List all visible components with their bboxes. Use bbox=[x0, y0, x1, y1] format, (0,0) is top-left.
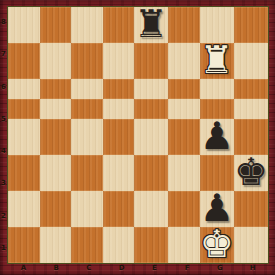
board-field: ♜♜♟♚♟♚ bbox=[7, 6, 269, 264]
file-label-e: E bbox=[138, 263, 171, 273]
file-label-c: C bbox=[73, 263, 106, 273]
square-f2[interactable] bbox=[168, 191, 200, 227]
square-e3[interactable] bbox=[134, 155, 168, 191]
square-h6[interactable] bbox=[234, 79, 268, 99]
chess-board: ♜♜♟♚♟♚ 87654321 ABCDEFGH bbox=[0, 0, 275, 275]
square-c4[interactable] bbox=[71, 119, 103, 155]
square-a4[interactable] bbox=[8, 119, 40, 155]
square-d7[interactable] bbox=[103, 43, 135, 79]
square-b8[interactable] bbox=[40, 7, 72, 43]
square-e2[interactable] bbox=[134, 191, 168, 227]
square-d5[interactable] bbox=[103, 99, 135, 119]
square-a6[interactable] bbox=[8, 79, 40, 99]
square-d2[interactable] bbox=[103, 191, 135, 227]
square-e6[interactable] bbox=[134, 79, 168, 99]
square-b2[interactable] bbox=[40, 191, 72, 227]
square-h8[interactable] bbox=[234, 7, 268, 43]
file-label-a: A bbox=[7, 263, 40, 273]
square-f3[interactable] bbox=[168, 155, 200, 191]
square-f1[interactable] bbox=[168, 227, 200, 263]
square-g7[interactable]: ♜ bbox=[200, 43, 234, 79]
rank-label-5: 5 bbox=[0, 103, 7, 135]
square-a1[interactable] bbox=[8, 227, 40, 263]
square-a5[interactable] bbox=[8, 99, 40, 119]
square-h3[interactable]: ♚ bbox=[234, 155, 268, 191]
square-e7[interactable] bbox=[134, 43, 168, 79]
file-label-g: G bbox=[204, 263, 237, 273]
square-a8[interactable] bbox=[8, 7, 40, 43]
square-g1[interactable]: ♚ bbox=[200, 227, 234, 263]
square-h2[interactable] bbox=[234, 191, 268, 227]
square-g4[interactable]: ♟ bbox=[200, 119, 234, 155]
square-e8[interactable]: ♜ bbox=[134, 7, 168, 43]
file-labels: ABCDEFGH bbox=[7, 263, 269, 273]
square-f8[interactable] bbox=[168, 7, 200, 43]
square-a2[interactable] bbox=[8, 191, 40, 227]
square-b1[interactable] bbox=[40, 227, 72, 263]
square-a7[interactable] bbox=[8, 43, 40, 79]
square-f4[interactable] bbox=[168, 119, 200, 155]
rank-labels: 87654321 bbox=[0, 6, 7, 264]
rank-label-2: 2 bbox=[0, 200, 7, 232]
square-f6[interactable] bbox=[168, 79, 200, 99]
white-king-g1[interactable]: ♚ bbox=[200, 225, 234, 263]
square-f7[interactable] bbox=[168, 43, 200, 79]
rank-label-4: 4 bbox=[0, 135, 7, 167]
square-c6[interactable] bbox=[71, 79, 103, 99]
square-e4[interactable] bbox=[134, 119, 168, 155]
rank-label-6: 6 bbox=[0, 71, 7, 103]
square-d1[interactable] bbox=[103, 227, 135, 263]
rank-label-8: 8 bbox=[0, 6, 7, 38]
white-rook-g7[interactable]: ♜ bbox=[200, 41, 234, 79]
black-king-h3[interactable]: ♚ bbox=[234, 153, 268, 191]
square-c1[interactable] bbox=[71, 227, 103, 263]
square-c8[interactable] bbox=[71, 7, 103, 43]
square-b5[interactable] bbox=[40, 99, 72, 119]
square-b6[interactable] bbox=[40, 79, 72, 99]
rank-label-1: 1 bbox=[0, 232, 7, 264]
square-b3[interactable] bbox=[40, 155, 72, 191]
square-d8[interactable] bbox=[103, 7, 135, 43]
square-c7[interactable] bbox=[71, 43, 103, 79]
file-label-f: F bbox=[171, 263, 204, 273]
rank-label-7: 7 bbox=[0, 38, 7, 70]
square-e5[interactable] bbox=[134, 99, 168, 119]
square-d6[interactable] bbox=[103, 79, 135, 99]
square-c2[interactable] bbox=[71, 191, 103, 227]
square-d4[interactable] bbox=[103, 119, 135, 155]
square-f5[interactable] bbox=[168, 99, 200, 119]
black-rook-e8[interactable]: ♜ bbox=[134, 5, 168, 43]
square-h1[interactable] bbox=[234, 227, 268, 263]
file-label-h: H bbox=[236, 263, 269, 273]
square-g6[interactable] bbox=[200, 79, 234, 99]
square-c5[interactable] bbox=[71, 99, 103, 119]
square-e1[interactable] bbox=[134, 227, 168, 263]
square-b7[interactable] bbox=[40, 43, 72, 79]
square-h5[interactable] bbox=[234, 99, 268, 119]
square-b4[interactable] bbox=[40, 119, 72, 155]
square-a3[interactable] bbox=[8, 155, 40, 191]
file-label-d: D bbox=[105, 263, 138, 273]
square-c3[interactable] bbox=[71, 155, 103, 191]
rank-label-3: 3 bbox=[0, 167, 7, 199]
square-d3[interactable] bbox=[103, 155, 135, 191]
black-pawn-g4[interactable]: ♟ bbox=[200, 117, 234, 155]
file-label-b: B bbox=[40, 263, 73, 273]
square-h7[interactable] bbox=[234, 43, 268, 79]
